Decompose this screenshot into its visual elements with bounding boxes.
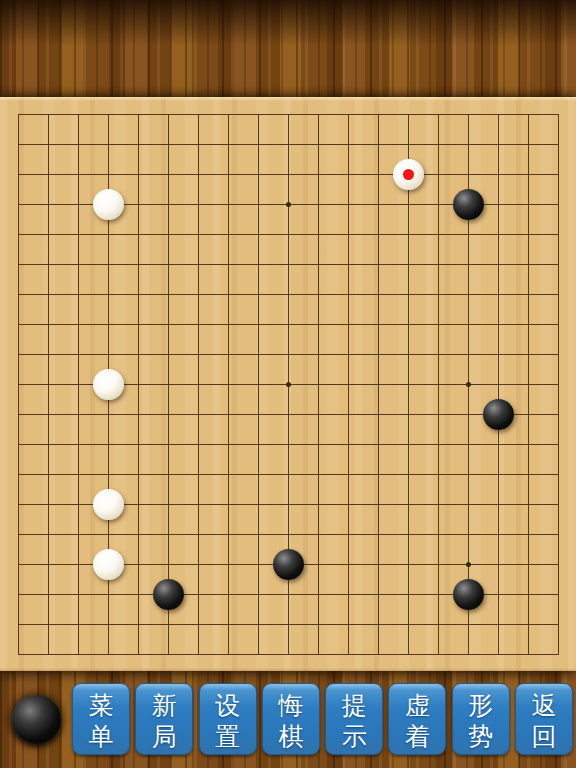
star-point — [466, 382, 471, 387]
go-board[interactable] — [0, 97, 576, 671]
back-button[interactable]: 返 回 — [515, 683, 573, 755]
star-point — [286, 202, 291, 207]
go-app-screen: { "game": "go", "board": { "size": 19, "… — [0, 0, 576, 768]
stone-white — [93, 489, 124, 520]
grid-line-vertical — [558, 114, 559, 655]
stone-black — [273, 549, 304, 580]
grid-line-horizontal — [18, 624, 559, 625]
grid-line-vertical — [378, 114, 379, 655]
grid-line-vertical — [348, 114, 349, 655]
grid-line-vertical — [408, 114, 409, 655]
stone-black — [453, 189, 484, 220]
stone-black — [153, 579, 184, 610]
grid-line-vertical — [318, 114, 319, 655]
grid-line-horizontal — [18, 444, 559, 445]
star-point — [466, 562, 471, 567]
undo-button[interactable]: 悔 棋 — [262, 683, 320, 755]
last-move-marker — [403, 169, 414, 180]
stone-black — [483, 399, 514, 430]
stone-white — [93, 549, 124, 580]
stone-black — [453, 579, 484, 610]
new-game-button[interactable]: 新 局 — [135, 683, 193, 755]
menu-button[interactable]: 菜 单 — [72, 683, 130, 755]
stone-white — [93, 189, 124, 220]
grid-line-horizontal — [18, 474, 559, 475]
grid-line-horizontal — [18, 414, 559, 415]
estimate-button[interactable]: 形 势 — [452, 683, 510, 755]
turn-indicator-black-stone — [12, 695, 61, 744]
hint-button[interactable]: 提 示 — [325, 683, 383, 755]
grid-line-vertical — [498, 114, 499, 655]
grid-line-horizontal — [18, 534, 559, 535]
toolbar: 菜 单 新 局 设 置 悔 棋 提 示 虚 着 形 势 返 回 — [72, 683, 573, 755]
settings-button[interactable]: 设 置 — [199, 683, 257, 755]
pass-button[interactable]: 虚 着 — [388, 683, 446, 755]
grid-line-vertical — [438, 114, 439, 655]
grid-line-vertical — [528, 114, 529, 655]
star-point — [286, 382, 291, 387]
stone-white — [93, 369, 124, 400]
stone-white-last-move — [393, 159, 424, 190]
grid-line-horizontal — [18, 654, 559, 655]
